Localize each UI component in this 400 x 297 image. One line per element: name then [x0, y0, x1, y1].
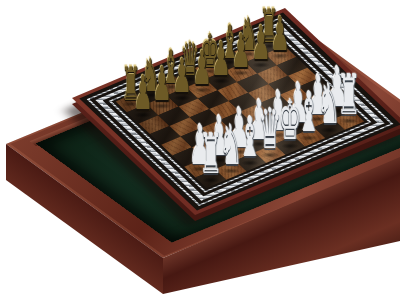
white-rook-a1[interactable]: ♜ — [193, 141, 230, 182]
chess-set-photo: ♜♞♟♝♟♚♟♛♟♝♟♞♟♜♟♟♟♟♜♟♞♟♝♟♚♟♛♟♝♟♞♜ — [0, 0, 400, 297]
black-pawn-a7[interactable]: ♟ — [127, 82, 158, 117]
